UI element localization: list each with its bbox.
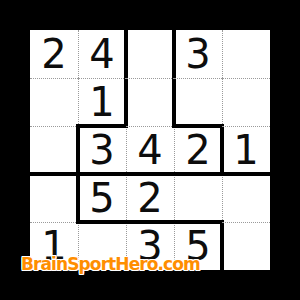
- region-border-segment: [220, 172, 272, 176]
- cell-r1c5[interactable]: [222, 30, 270, 78]
- grid-dotted-line: [78, 78, 126, 79]
- cell-r3c2[interactable]: 3: [78, 126, 126, 174]
- cell-r1c3[interactable]: [126, 30, 174, 78]
- region-border-segment: [76, 124, 128, 128]
- cell-r4c4[interactable]: [174, 174, 222, 222]
- cell-r2c5[interactable]: [222, 78, 270, 126]
- grid-dotted-line: [222, 78, 223, 126]
- cell-r3c5[interactable]: 1: [222, 126, 270, 174]
- grid-dotted-line: [222, 174, 223, 222]
- region-border-segment: [172, 28, 176, 80]
- grid-dotted-line: [222, 78, 270, 79]
- grid-dotted-line: [30, 222, 78, 223]
- grid-dotted-line: [174, 78, 222, 79]
- region-border-segment: [172, 220, 224, 224]
- cell-r4c2[interactable]: 5: [78, 174, 126, 222]
- region-border-segment: [28, 172, 80, 176]
- grid-dotted-line: [78, 30, 79, 78]
- cell-r3c4[interactable]: 2: [174, 126, 222, 174]
- cell-r4c3[interactable]: 2: [126, 174, 174, 222]
- cell-r4c5[interactable]: [222, 174, 270, 222]
- cell-r3c1[interactable]: [30, 126, 78, 174]
- region-border-segment: [172, 172, 224, 176]
- grid-dotted-line: [126, 174, 127, 222]
- cell-r2c3[interactable]: [126, 78, 174, 126]
- cell-r1c2[interactable]: 4: [78, 30, 126, 78]
- puzzle-image: 2431342152135 BrainSportHero.com: [0, 0, 300, 300]
- region-border-segment: [76, 220, 128, 224]
- grid-dotted-line: [126, 78, 174, 79]
- region-border-segment: [76, 124, 80, 176]
- region-border-segment: [220, 124, 224, 176]
- cell-r2c4[interactable]: [174, 78, 222, 126]
- region-border-segment: [124, 220, 176, 224]
- grid-dotted-line: [30, 126, 78, 127]
- cell-r3c3[interactable]: 4: [126, 126, 174, 174]
- cell-r1c4[interactable]: 3: [174, 30, 222, 78]
- region-border-segment: [124, 172, 176, 176]
- cell-r2c1[interactable]: [30, 78, 78, 126]
- grid-dotted-line: [222, 222, 270, 223]
- watermark-text: BrainSportHero.com: [21, 254, 200, 274]
- grid-dotted-line: [222, 126, 270, 127]
- cell-r4c1[interactable]: [30, 174, 78, 222]
- region-border-segment: [220, 220, 224, 272]
- region-border-segment: [76, 172, 80, 224]
- sudoku-board: 2431342152135: [26, 26, 274, 274]
- grid-dotted-line: [78, 78, 79, 126]
- region-border-segment: [172, 76, 176, 128]
- cell-r1c1[interactable]: 2: [30, 30, 78, 78]
- region-border-segment: [76, 172, 128, 176]
- cell-r5c5[interactable]: [222, 222, 270, 270]
- grid-dotted-line: [30, 78, 78, 79]
- cell-r2c2[interactable]: 1: [78, 78, 126, 126]
- grid-dotted-line: [174, 126, 175, 174]
- region-border-segment: [172, 124, 224, 128]
- grid-dotted-line: [174, 174, 175, 222]
- grid-dotted-line: [222, 30, 223, 78]
- region-border-segment: [124, 28, 128, 80]
- grid-dotted-line: [126, 126, 127, 174]
- grid-dotted-line: [126, 126, 174, 127]
- region-border-segment: [124, 76, 128, 128]
